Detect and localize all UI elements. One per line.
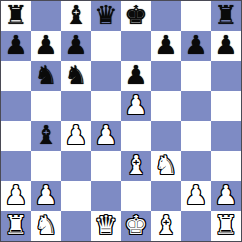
piece-white-pawn: ♟ <box>34 182 57 208</box>
square-c6[interactable]: ♞ <box>61 61 91 91</box>
piece-white-pawn: ♟ <box>124 92 147 118</box>
square-c2[interactable] <box>61 181 91 211</box>
square-f1[interactable]: ♝ <box>151 211 181 241</box>
square-g8[interactable] <box>181 1 211 31</box>
piece-white-queen: ♛ <box>94 212 117 238</box>
piece-black-pawn: ♟ <box>154 32 177 58</box>
square-e2[interactable] <box>121 181 151 211</box>
square-c7[interactable]: ♟ <box>61 31 91 61</box>
square-h5[interactable] <box>211 91 241 121</box>
square-f8[interactable] <box>151 1 181 31</box>
square-b8[interactable] <box>31 1 61 31</box>
square-a5[interactable] <box>1 91 31 121</box>
square-a3[interactable] <box>1 151 31 181</box>
square-g7[interactable]: ♟ <box>181 31 211 61</box>
square-f3[interactable]: ♞ <box>151 151 181 181</box>
square-h3[interactable] <box>211 151 241 181</box>
square-b5[interactable] <box>31 91 61 121</box>
square-c3[interactable] <box>61 151 91 181</box>
square-b7[interactable]: ♟ <box>31 31 61 61</box>
piece-black-pawn: ♟ <box>4 32 27 58</box>
square-g1[interactable] <box>181 211 211 241</box>
square-a4[interactable] <box>1 121 31 151</box>
square-h7[interactable]: ♟ <box>211 31 241 61</box>
square-b3[interactable] <box>31 151 61 181</box>
square-f7[interactable]: ♟ <box>151 31 181 61</box>
piece-black-queen: ♛ <box>94 2 117 28</box>
square-e6[interactable]: ♟ <box>121 61 151 91</box>
square-d5[interactable] <box>91 91 121 121</box>
piece-white-pawn: ♟ <box>64 122 87 148</box>
piece-white-knight: ♞ <box>34 212 57 238</box>
piece-white-knight: ♞ <box>154 152 177 178</box>
piece-black-pawn: ♟ <box>34 32 57 58</box>
piece-black-pawn: ♟ <box>214 32 237 58</box>
piece-white-pawn: ♟ <box>214 182 237 208</box>
square-e8[interactable]: ♚ <box>121 1 151 31</box>
square-g6[interactable] <box>181 61 211 91</box>
square-h2[interactable]: ♟ <box>211 181 241 211</box>
square-e3[interactable]: ♝ <box>121 151 151 181</box>
square-b6[interactable]: ♞ <box>31 61 61 91</box>
piece-black-bishop: ♝ <box>34 122 57 148</box>
square-a8[interactable]: ♜ <box>1 1 31 31</box>
square-b2[interactable]: ♟ <box>31 181 61 211</box>
square-e7[interactable] <box>121 31 151 61</box>
square-d1[interactable]: ♛ <box>91 211 121 241</box>
piece-black-pawn: ♟ <box>124 62 147 88</box>
square-h1[interactable]: ♜ <box>211 211 241 241</box>
square-g2[interactable]: ♟ <box>181 181 211 211</box>
square-f4[interactable] <box>151 121 181 151</box>
square-g4[interactable] <box>181 121 211 151</box>
square-f6[interactable] <box>151 61 181 91</box>
piece-white-rook: ♜ <box>4 212 27 238</box>
square-f5[interactable] <box>151 91 181 121</box>
piece-white-pawn: ♟ <box>4 182 27 208</box>
square-a2[interactable]: ♟ <box>1 181 31 211</box>
piece-white-pawn: ♟ <box>94 122 117 148</box>
square-h4[interactable] <box>211 121 241 151</box>
square-d7[interactable] <box>91 31 121 61</box>
piece-white-king: ♚ <box>124 212 147 238</box>
piece-black-pawn: ♟ <box>184 32 207 58</box>
square-f2[interactable] <box>151 181 181 211</box>
square-a7[interactable]: ♟ <box>1 31 31 61</box>
square-c5[interactable] <box>61 91 91 121</box>
chess-board: ♜♝♛♚♜♟♟♟♟♟♟♞♞♟♟♝♟♟♝♞♟♟♟♟♜♞♛♚♝♜ <box>0 0 242 242</box>
piece-black-king: ♚ <box>124 2 147 28</box>
square-h8[interactable]: ♜ <box>211 1 241 31</box>
square-d6[interactable] <box>91 61 121 91</box>
piece-black-rook: ♜ <box>214 2 237 28</box>
square-b4[interactable]: ♝ <box>31 121 61 151</box>
piece-white-pawn: ♟ <box>184 182 207 208</box>
square-e5[interactable]: ♟ <box>121 91 151 121</box>
square-c8[interactable]: ♝ <box>61 1 91 31</box>
square-a6[interactable] <box>1 61 31 91</box>
square-d8[interactable]: ♛ <box>91 1 121 31</box>
square-g3[interactable] <box>181 151 211 181</box>
square-e4[interactable] <box>121 121 151 151</box>
square-a1[interactable]: ♜ <box>1 211 31 241</box>
piece-white-bishop: ♝ <box>154 212 177 238</box>
piece-black-knight: ♞ <box>64 62 87 88</box>
piece-black-pawn: ♟ <box>64 32 87 58</box>
square-d2[interactable] <box>91 181 121 211</box>
square-h6[interactable] <box>211 61 241 91</box>
square-g5[interactable] <box>181 91 211 121</box>
square-c1[interactable] <box>61 211 91 241</box>
piece-black-knight: ♞ <box>34 62 57 88</box>
piece-black-bishop: ♝ <box>64 2 87 28</box>
square-c4[interactable]: ♟ <box>61 121 91 151</box>
square-b1[interactable]: ♞ <box>31 211 61 241</box>
square-e1[interactable]: ♚ <box>121 211 151 241</box>
piece-white-bishop: ♝ <box>124 152 147 178</box>
piece-black-rook: ♜ <box>4 2 27 28</box>
square-d4[interactable]: ♟ <box>91 121 121 151</box>
square-d3[interactable] <box>91 151 121 181</box>
piece-white-rook: ♜ <box>214 212 237 238</box>
